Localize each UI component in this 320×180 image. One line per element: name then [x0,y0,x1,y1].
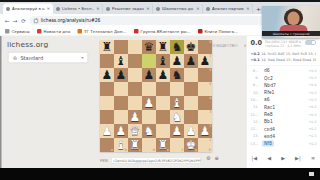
engine-toggle[interactable] [305,40,316,45]
move-number: 12. [250,120,259,124]
square-e7[interactable]: ♝ [156,54,170,68]
piece-white-p: ♟ [128,110,142,124]
square-d8[interactable]: ♛ [142,40,156,54]
square-c2[interactable]: ♛ [128,124,142,138]
fen-row: FEN r2qrnk1/1b2bppp/pp1ppn2/8/3P1B2/2P2N… [100,157,201,164]
move-eval: +0.3 [309,98,317,102]
move-eval: +0.3 [309,69,317,73]
move-cell[interactable]: Bb1 [262,119,309,124]
new-tab-button[interactable]: + [256,5,261,12]
move-text: d6 [262,68,272,74]
engine-line-moves: 14. Ne4 Nxe4 15. Bxe4 Bxe4 16. Qxe4 d5 [261,58,316,62]
bookmark-label: Книги Помога… [204,29,238,34]
analysis-panel: 0.0 Stockfish 14+ NNUE в браузереглубина… [246,36,320,168]
piece-black-p: ♟ [156,68,170,82]
move-eval: +0.3 [309,112,317,116]
square-f4[interactable]: ♝ [170,96,184,110]
piece-white-n: ♞ [170,110,184,124]
square-c6[interactable] [128,68,142,82]
move-number: 8… [250,69,259,73]
move-text: Rac1 [262,104,277,110]
browser-tab[interactable]: Анализируй в ш…✕ [3,4,53,15]
square-a1[interactable]: a [100,138,114,152]
square-f5[interactable] [170,82,184,96]
tab-favicon-icon [106,7,110,11]
rank-coordinate: 5 [209,82,211,86]
tab-close-icon[interactable]: ✕ [146,7,149,12]
square-b1[interactable]: ♝b [114,138,128,152]
move-eval: +0.3 [309,90,317,94]
move-cell[interactable]: a6 [262,97,309,102]
bookmark-favicon-icon [134,29,139,34]
square-b8[interactable] [114,40,128,54]
file-coordinate: f [182,148,183,152]
move-row: 13…Nf8+0.2 [250,140,317,147]
square-e4[interactable] [156,96,170,110]
move-text: Rfe1 [262,89,276,95]
move-text: Bb1 [262,119,275,125]
crown-icon: ♔ [13,54,18,61]
move-eval: +0.3 [309,134,317,138]
move-cell[interactable]: Nf8 [262,141,309,146]
tab-close-icon[interactable]: ✕ [47,7,50,12]
engine-line-eval: +0.1 [251,58,260,62]
square-g5[interactable] [184,82,198,96]
tab-title: Анализируй в ш… [12,7,45,12]
move-number: 13. [250,134,259,138]
bookmark-item[interactable]: Сервисы [5,29,30,34]
square-e6[interactable]: ♟ [156,68,170,82]
square-c3[interactable]: ♟ [128,110,142,124]
move-text: cxd4 [262,126,277,132]
file-coordinate: d [153,148,155,152]
webcam-caption: Шахматы с тренером [262,31,320,36]
square-a6[interactable]: ♟ [100,68,114,82]
square-g8[interactable]: ♚ [184,40,198,54]
move-menu-button[interactable]: ≡ [311,156,315,162]
square-g3[interactable] [184,110,198,124]
rank-coordinate: 6 [209,68,211,72]
move-eval: +0.2 [309,127,317,131]
move-number: 13… [250,141,259,145]
piece-black-p: ♟ [100,68,114,82]
playback-controls: |◀ ◀ ▶ ▶| ≡ [247,156,320,162]
piece-black-q: ♛ [142,40,156,54]
file-coordinate: c [139,148,141,152]
tab-close-icon[interactable]: ✕ [96,7,99,12]
square-b3[interactable] [114,110,128,124]
move-eval: +0.2 [309,141,317,145]
variant-select[interactable]: ♔ Standard ▾ [8,52,88,63]
square-b2[interactable]: ♟ [114,124,128,138]
square-f8[interactable]: ♞ [170,40,184,54]
square-b7[interactable]: ♝ [114,54,128,68]
square-h6[interactable]: 6 [198,68,212,82]
tab-title: Шахматная до… [162,7,194,12]
square-h3[interactable]: 3 [198,110,212,124]
piece-white-p: ♟ [184,124,198,138]
file-coordinate: b [125,148,127,152]
square-a4[interactable] [100,96,114,110]
square-d4[interactable]: ♟ [142,96,156,110]
move-row: 10…a6+0.3 [250,96,317,103]
square-f7[interactable]: ♟ [170,54,184,68]
browser-tab[interactable]: Решение задач…✕ [103,4,153,15]
square-d5[interactable] [142,82,156,96]
bookmark-label: ТГ Телеканал Дом… [84,29,126,34]
engine-line[interactable]: +0.114. Ne4 Nxe4 15. Bxe4 Bxe4 16. Qxe4 … [251,57,317,63]
browser-tab[interactable]: Lichess • Бесп…✕ [53,4,103,15]
move-row: 12…cxd4+0.2 [250,125,317,132]
move-row: 13.exd4+0.3 [250,133,317,140]
lichess-page: lichess.org ИГРАЗАДАЧИОБУЧЕНИЕТРАНСЛЯЦИИ… [0,36,320,168]
next-move-button[interactable]: ▶ [281,156,285,162]
move-cell[interactable]: Rac1 [262,104,309,109]
square-e8[interactable]: ♜ [156,40,170,54]
move-number: 11… [250,112,259,116]
square-f1[interactable]: f [170,138,184,152]
piece-black-n: ♞ [170,68,184,82]
bookmark-label: Новости дня [44,29,70,34]
square-g7[interactable]: ♟ [184,54,198,68]
move-eval: +0.4 [309,83,317,87]
move-row: 11.Rac1+0.2 [250,103,317,110]
square-b5[interactable] [114,82,128,96]
variant-label: Standard [20,55,43,61]
rank-coordinate: 4 [209,96,211,100]
piece-black-k: ♚ [184,40,198,54]
move-row: 9.Qc2+0.3 [250,74,317,81]
square-a2[interactable]: ♟ [100,124,114,138]
piece-black-r: ♜ [156,40,170,54]
file-coordinate: e [167,148,169,152]
settings-icon[interactable]: ⚙ [206,155,210,161]
move-eval: +0.3 [309,76,317,80]
rank-coordinate: 2 [209,124,211,128]
move-number: 11. [250,105,259,109]
square-c1[interactable]: ♜c [128,138,142,152]
rank-coordinate: 3 [209,110,211,114]
square-g1[interactable]: ♚g [184,138,198,152]
tab-close-icon[interactable]: ✕ [246,7,249,12]
square-f2[interactable]: ♟ [170,124,184,138]
file-coordinate: a [111,148,113,152]
rank-coordinate: 8 [209,40,211,44]
bookmark-item[interactable]: ТГ Телеканал Дом… [78,29,127,34]
piece-white-p: ♟ [142,96,156,110]
move-row: 12.Bb1+0.3 [250,118,317,125]
square-h4[interactable]: 4 [198,96,212,110]
reload-button[interactable]: ⟳ [21,17,26,24]
chevron-down-icon: ▾ [81,55,83,60]
bookmark-favicon-icon [198,29,203,34]
square-h7[interactable]: ♟7 [198,54,212,68]
square-c4[interactable] [128,96,142,110]
rank-coordinate: 1 [209,138,211,142]
move-text: Re8 [262,111,275,117]
square-e1[interactable]: ♜e [156,138,170,152]
eval-value: 0.0 [251,40,263,47]
square-h8[interactable]: 8 [198,40,212,54]
square-d3[interactable] [142,110,156,124]
bookmark-item[interactable]: Книги Помога… [198,29,238,34]
forward-button[interactable]: → [13,17,18,24]
browser-tab[interactable]: Шахматная до…✕ [153,4,203,15]
engine-line-moves: 14. Rcd1 Bd5 15. Ne5 Rc8 16. Qd3 g6 [261,51,316,55]
move-cell[interactable]: Re8 [262,112,309,117]
square-h2[interactable]: ♟2 [198,124,212,138]
piece-white-b: ♝ [170,96,184,110]
tab-favicon-icon [156,7,160,11]
square-g4[interactable] [184,96,198,110]
screen: Анализируй в ш…✕Lichess • Бесп…✕Решение … [0,0,320,180]
move-eval: +0.3 [309,120,317,124]
move-number: 12… [250,127,259,131]
move-row: 11…Re8+0.3 [250,111,317,118]
square-a7[interactable] [100,54,114,68]
rank-coordinate: 7 [209,54,211,58]
webcam-overlay: Шахматы с тренером [262,6,320,38]
move-number: 9. [250,76,259,80]
bottom-bar-dot [309,172,314,176]
tab-title: Lichess • Бесп… [62,7,94,12]
fen-label: FEN [100,158,108,163]
piece-black-p: ♟ [114,68,128,82]
move-number: 9… [250,83,259,87]
bookmark-label: Группа ВКонтакте ры… [140,29,190,34]
move-number: 10… [250,98,259,102]
square-e5[interactable] [156,82,170,96]
piece-black-b: ♝ [114,54,128,68]
square-g6[interactable] [184,68,198,82]
piece-white-q: ♛ [128,124,142,138]
piece-black-r: ♜ [100,40,114,54]
engine-header: 0.0 Stockfish 14+ NNUE в браузереглубина… [247,36,320,50]
move-eval: +0.2 [309,105,317,109]
browser-tab[interactable]: Анализ партии…✕ [203,4,253,15]
piece-white-p: ♟ [100,124,114,138]
file-coordinate: g [195,148,197,152]
square-f3[interactable]: ♞ [170,110,184,124]
move-cell[interactable]: d6 [262,68,309,73]
piece-black-p: ♟ [170,54,184,68]
square-h1[interactable]: h1 [198,138,212,152]
chess-board[interactable]: ♜♛♜♞♚8♝♝♟♟♟7♟♟♟♟♞65♟♝4♟♞3♟♟♛♞♟♟♟2a♝b♜cd♜… [100,40,212,152]
move-number: 10. [250,90,259,94]
square-g2[interactable]: ♟ [184,124,198,138]
move-text: exd4 [262,133,277,139]
move-list: 8…d6+0.39.Qc2+0.39…Nbd7+0.410.Rfe1+0.310… [247,65,320,147]
piece-white-p: ♟ [170,124,184,138]
engine-line-eval: +0.2 [251,51,260,55]
square-c8[interactable] [128,40,142,54]
fen-input[interactable]: r2qrnk1/1b2bppp/pp1ppn2/8/3P1B2/2P2N2/PP… [111,157,201,164]
address-bar[interactable]: lichess.org/analysis/ru#26 [29,16,288,25]
square-c5[interactable] [128,82,142,96]
bookmark-item[interactable]: Новости дня [37,29,70,34]
piece-white-p: ♟ [114,124,128,138]
tab-title: Решение задач… [112,7,144,12]
square-e2[interactable] [156,124,170,138]
square-e3[interactable] [156,110,170,124]
streamer-face [288,12,300,26]
square-a3[interactable] [100,110,114,124]
move-cell[interactable]: Qc2 [262,75,309,80]
square-a5[interactable] [100,82,114,96]
lock-icon [34,19,38,23]
engine-lines: +0.214. Rcd1 Bd5 15. Ne5 Rc8 16. Qd3 g6+… [247,50,320,66]
square-d1[interactable]: d [142,138,156,152]
move-cell[interactable]: Rfe1 [262,90,309,95]
piece-black-n: ♞ [170,40,184,54]
tab-title: Анализ партии… [212,7,244,12]
page-left-edge [0,36,2,168]
move-text: a6 [262,97,272,103]
square-d6[interactable]: ♟ [142,68,156,82]
tab-favicon-icon [56,7,60,11]
bookmark-label: Сервисы [12,29,30,34]
prev-move-button[interactable]: ◀ [267,156,271,162]
tab-close-icon[interactable]: ✕ [196,7,199,12]
tab-favicon-icon [206,7,210,11]
bookmark-item[interactable]: Группа ВКонтакте ры… [134,29,190,34]
engine-info: Stockfish 14+ NNUE в браузереглубина 22 … [265,40,302,49]
move-text: Nf8 [262,140,274,146]
square-h5[interactable]: 5 [198,82,212,96]
square-d2[interactable]: ♞ [142,124,156,138]
last-move-button[interactable]: ▶| [295,156,301,162]
move-cell[interactable]: Nbd7 [262,83,309,88]
square-b4[interactable] [114,96,128,110]
move-row: 10.Rfe1+0.3 [250,89,317,96]
move-text: Qc2 [262,75,275,81]
bookmark-favicon-icon [78,29,83,34]
square-b6[interactable]: ♟ [114,68,128,82]
move-cell[interactable]: exd4 [262,134,309,139]
tabs-container: Анализируй в ш…✕Lichess • Бесп…✕Решение … [3,4,253,15]
bookmark-favicon-icon [5,29,10,34]
square-c7[interactable] [128,54,142,68]
first-move-button[interactable]: |◀ [252,156,258,162]
nav-item-сообщество[interactable]: СООБЩЕСТВО [208,43,238,52]
expand-icon[interactable]: ⊕ [214,155,218,161]
square-a8[interactable]: ♜ [100,40,114,54]
bottom-black-bar [0,168,320,180]
piece-white-n: ♞ [142,124,156,138]
tab-favicon-icon [6,7,10,11]
move-row: 9…Nbd7+0.4 [250,81,317,88]
piece-black-p: ♟ [142,68,156,82]
piece-black-p: ♟ [184,54,198,68]
url-text: lichess.org/analysis/ru#26 [41,18,101,23]
square-f6[interactable]: ♞ [170,68,184,82]
back-button[interactable]: ← [5,17,10,24]
move-cell[interactable]: cxd4 [262,126,309,131]
move-text: Nbd7 [262,82,278,88]
board-tools: ⚙⊕ [206,155,219,161]
lichess-logo[interactable]: lichess.org [7,40,48,49]
move-row: 8…d6+0.3 [250,67,317,74]
bookmark-favicon-icon [37,29,42,34]
file-coordinate: h [209,148,211,152]
square-d7[interactable] [142,54,156,68]
piece-black-b: ♝ [156,54,170,68]
